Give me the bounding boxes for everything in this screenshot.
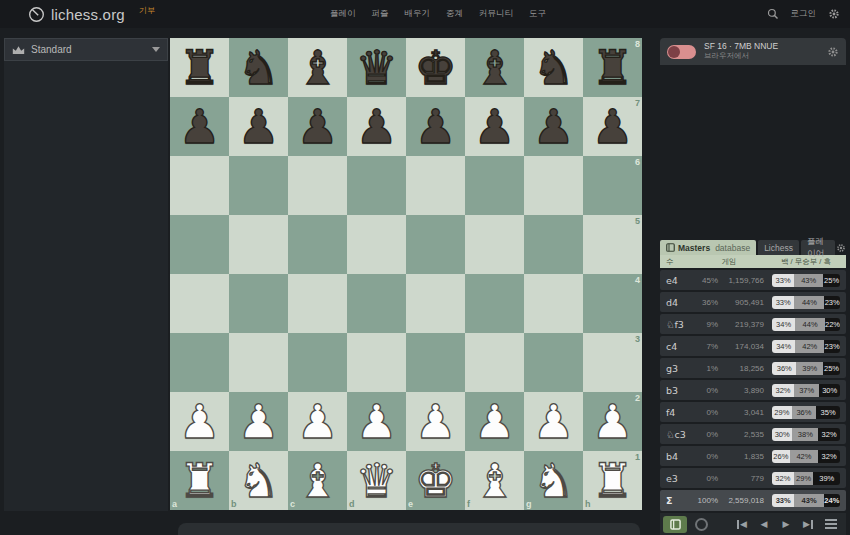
square-d1[interactable]: ♛d <box>347 451 406 510</box>
white-pawn[interactable]: ♟ <box>532 398 574 445</box>
square-h1[interactable]: ♜h1 <box>583 451 642 510</box>
square-f1[interactable]: ♝f <box>465 451 524 510</box>
move-nav-group: ◀ ◀ ▶ ▶ <box>731 516 843 533</box>
book-icon <box>670 519 681 530</box>
move-frequency: 45% <box>692 276 718 285</box>
draw-segment: 36% <box>792 406 816 419</box>
black-wins-segment: 32% <box>818 450 840 463</box>
nav-item[interactable]: 커뮤니티 <box>479 8 513 20</box>
white-wins-segment: 32% <box>772 472 794 485</box>
black-wins-segment: 23% <box>824 340 840 353</box>
coord-file: c <box>290 499 295 509</box>
engine-info: SF 16 · 7MB NNUE 브라우저에서 <box>704 42 819 60</box>
settings-gear-icon[interactable] <box>828 8 840 20</box>
black-wins-segment: 25% <box>823 362 840 375</box>
engine-box: SF 16 · 7MB NNUE 브라우저에서 <box>660 38 846 65</box>
game-count: 18,256 <box>718 364 764 373</box>
black-wins-segment: 24% <box>824 494 840 507</box>
square-f4[interactable] <box>465 274 524 333</box>
variant-selector[interactable]: Standard <box>4 38 168 61</box>
square-d2[interactable]: ♟ <box>347 392 406 451</box>
explorer-toggle-button[interactable] <box>663 516 687 533</box>
square-b1[interactable]: ♞b <box>229 451 288 510</box>
square-d6[interactable] <box>347 156 406 215</box>
white-pawn[interactable]: ♟ <box>296 398 338 445</box>
top-right: 로그인 <box>767 8 841 20</box>
coord-rank: 8 <box>635 39 640 49</box>
square-g6[interactable] <box>524 156 583 215</box>
lichess-logo[interactable]: lichess.org 기부 <box>28 6 155 23</box>
square-c6[interactable] <box>288 156 347 215</box>
square-c8[interactable]: ♝ <box>288 38 347 97</box>
game-count: 2,559,018 <box>718 496 764 505</box>
explorer-move-row[interactable]: e445%1,159,76633%43%25% <box>660 270 846 290</box>
black-wins-segment: 23% <box>824 296 840 309</box>
move-frequency: 100% <box>692 496 718 505</box>
white-knight[interactable]: ♞ <box>237 457 279 504</box>
square-b2[interactable]: ♟ <box>229 392 288 451</box>
game-count: 779 <box>718 474 764 483</box>
nav-item[interactable]: 퍼즐 <box>371 8 388 20</box>
black-pawn[interactable]: ♟ <box>473 103 515 150</box>
square-f2[interactable]: ♟ <box>465 392 524 451</box>
explorer-move-row[interactable]: f40%3,04129%36%35% <box>660 402 846 422</box>
action-menu-button[interactable] <box>819 516 843 533</box>
coord-rank: 7 <box>635 98 640 108</box>
square-b3[interactable] <box>229 333 288 392</box>
top-bar: lichess.org 기부 플레이퍼즐배우기중계커뮤니티도구 로그인 <box>0 0 850 28</box>
move-label: b3 <box>660 385 692 396</box>
square-a3[interactable] <box>170 333 229 392</box>
move-label: ♘c3 <box>660 429 692 440</box>
black-wins-segment: 32% <box>818 428 840 441</box>
game-count: 1,835 <box>718 452 764 461</box>
move-frequency: 7% <box>692 342 718 351</box>
square-f6[interactable] <box>465 156 524 215</box>
draw-segment: 42% <box>790 450 819 463</box>
square-b6[interactable] <box>229 156 288 215</box>
move-label: d4 <box>660 297 692 308</box>
tab-masters-rest: database <box>715 243 750 253</box>
square-g2[interactable]: ♟ <box>524 392 583 451</box>
explorer-move-row[interactable]: d436%905,49133%44%23% <box>660 292 846 312</box>
right-panel: SF 16 · 7MB NNUE 브라우저에서 Masters database <box>660 38 846 535</box>
draw-segment: 38% <box>792 428 818 441</box>
white-wins-segment: 34% <box>772 318 795 331</box>
move-frequency: 1% <box>692 364 718 373</box>
square-d3[interactable] <box>347 333 406 392</box>
game-count: 905,491 <box>718 298 764 307</box>
draw-segment: 44% <box>795 318 825 331</box>
square-f3[interactable] <box>465 333 524 392</box>
black-knight[interactable]: ♞ <box>532 44 574 91</box>
square-e8[interactable]: ♚ <box>406 38 465 97</box>
nav-item[interactable]: 배우기 <box>404 8 430 20</box>
game-count: 2,535 <box>718 430 764 439</box>
square-d8[interactable]: ♛ <box>347 38 406 97</box>
move-label: e3 <box>660 473 692 484</box>
coord-file: a <box>172 499 177 509</box>
explorer-move-row[interactable]: g31%18,25636%39%25% <box>660 358 846 378</box>
step-forward-button[interactable]: ▶ <box>775 516 797 533</box>
move-frequency: 0% <box>692 474 718 483</box>
login-button[interactable]: 로그인 <box>791 8 817 20</box>
white-wins-segment: 36% <box>772 362 796 375</box>
draw-segment: 44% <box>794 296 824 309</box>
square-a4[interactable] <box>170 274 229 333</box>
square-d7[interactable]: ♟ <box>347 97 406 156</box>
move-frequency: 0% <box>692 386 718 395</box>
coord-rank: 6 <box>635 157 640 167</box>
square-b4[interactable] <box>229 274 288 333</box>
explorer-move-row[interactable]: b40%1,83526%42%32% <box>660 446 846 466</box>
explorer-header-row: 수 게임 백 / 무승부 / 흑 <box>660 255 846 268</box>
result-bar: 30%38%32% <box>772 428 840 441</box>
tab-masters-database[interactable]: Masters database <box>660 240 756 255</box>
square-g3[interactable] <box>524 333 583 392</box>
game-count: 1,159,766 <box>718 276 764 285</box>
jump-to-start-button[interactable]: ◀ <box>731 516 753 533</box>
square-e6[interactable] <box>406 156 465 215</box>
crown-icon <box>12 45 25 55</box>
square-b5[interactable] <box>229 215 288 274</box>
explorer-gear-icon[interactable] <box>835 240 846 255</box>
square-a8[interactable]: ♜ <box>170 38 229 97</box>
book-icon <box>666 243 675 252</box>
square-h5[interactable]: 5 <box>583 215 642 274</box>
draw-segment: 43% <box>794 274 823 287</box>
result-bar: 34%44%22% <box>772 318 840 331</box>
donate-link[interactable]: 기부 <box>139 5 155 16</box>
black-wins-segment: 35% <box>816 406 840 419</box>
opening-explorer: Masters database Lichess 플레이어 수 게임 백 / 무… <box>660 240 846 513</box>
white-wins-segment: 26% <box>772 450 790 463</box>
tab-players[interactable]: 플레이어 <box>801 240 835 255</box>
square-c1[interactable]: ♝c <box>288 451 347 510</box>
black-bishop[interactable]: ♝ <box>473 44 515 91</box>
game-count: 3,890 <box>718 386 764 395</box>
square-g7[interactable]: ♟ <box>524 97 583 156</box>
square-d5[interactable] <box>347 215 406 274</box>
square-g8[interactable]: ♞ <box>524 38 583 97</box>
black-wins-segment: 25% <box>823 274 840 287</box>
white-queen[interactable]: ♛ <box>355 457 397 504</box>
coord-file: h <box>585 499 591 509</box>
black-rook[interactable]: ♜ <box>591 44 633 91</box>
white-pawn[interactable]: ♟ <box>355 398 397 445</box>
black-pawn[interactable]: ♟ <box>591 103 633 150</box>
square-c3[interactable] <box>288 333 347 392</box>
nav-item[interactable]: 중계 <box>446 8 463 20</box>
white-knight[interactable]: ♞ <box>532 457 574 504</box>
square-e1[interactable]: ♚e <box>406 451 465 510</box>
draw-segment: 39% <box>796 362 823 375</box>
square-h3[interactable]: 3 <box>583 333 642 392</box>
underboard-panel <box>178 523 640 535</box>
square-f8[interactable]: ♝ <box>465 38 524 97</box>
result-bar: 33%44%23% <box>772 296 840 309</box>
white-wins-segment: 34% <box>772 340 795 353</box>
explorer-move-row[interactable]: ♘c30%2,53530%38%32% <box>660 424 846 444</box>
move-frequency: 0% <box>692 430 718 439</box>
move-label: ♘f3 <box>660 319 692 330</box>
move-label: f4 <box>660 407 692 418</box>
engine-toggle[interactable] <box>667 45 696 59</box>
tab-lichess[interactable]: Lichess <box>758 240 799 255</box>
move-frequency: 9% <box>692 320 718 329</box>
black-knight[interactable]: ♞ <box>237 44 279 91</box>
col-result: 백 / 무승부 / 흑 <box>766 257 846 267</box>
black-rook[interactable]: ♜ <box>178 44 220 91</box>
practice-button[interactable] <box>691 516 711 533</box>
explorer-move-row[interactable]: b30%3,89032%37%30% <box>660 380 846 400</box>
move-frequency: 36% <box>692 298 718 307</box>
white-wins-segment: 30% <box>772 428 792 441</box>
col-games: 게임 <box>692 257 766 267</box>
jump-to-end-button[interactable]: ▶ <box>797 516 819 533</box>
draw-segment: 37% <box>794 384 819 397</box>
square-b7[interactable]: ♟ <box>229 97 288 156</box>
white-wins-segment: 33% <box>772 494 794 507</box>
move-frequency: 0% <box>692 408 718 417</box>
engine-gear-icon[interactable] <box>827 46 839 58</box>
square-c7[interactable]: ♟ <box>288 97 347 156</box>
white-pawn[interactable]: ♟ <box>237 398 279 445</box>
col-move: 수 <box>660 257 692 267</box>
coord-rank: 4 <box>635 275 640 285</box>
game-count: 219,379 <box>718 320 764 329</box>
coord-file: b <box>231 499 237 509</box>
square-a7[interactable]: ♟ <box>170 97 229 156</box>
result-bar: 33%43%25% <box>772 274 840 287</box>
explorer-rows: e445%1,159,76633%43%25%d436%905,49133%44… <box>660 268 846 511</box>
logo-text: lichess.org <box>51 6 125 23</box>
square-c4[interactable] <box>288 274 347 333</box>
explorer-move-row[interactable]: e30%77932%29%39% <box>660 468 846 488</box>
square-e4[interactable] <box>406 274 465 333</box>
move-label: c4 <box>660 341 692 352</box>
square-g5[interactable] <box>524 215 583 274</box>
move-frequency: 0% <box>692 452 718 461</box>
draw-segment: 29% <box>794 472 814 485</box>
white-wins-segment: 33% <box>772 296 794 309</box>
explorer-move-row[interactable]: ♘f39%219,37934%44%22% <box>660 314 846 334</box>
black-wins-segment: 22% <box>825 318 840 331</box>
practice-icon <box>695 518 708 531</box>
square-e7[interactable]: ♟ <box>406 97 465 156</box>
chevron-down-icon <box>152 47 160 52</box>
white-pawn[interactable]: ♟ <box>473 398 515 445</box>
engine-location: 브라우저에서 <box>704 52 819 61</box>
square-e3[interactable] <box>406 333 465 392</box>
square-a1[interactable]: ♜a <box>170 451 229 510</box>
square-f5[interactable] <box>465 215 524 274</box>
black-wins-segment: 30% <box>819 384 840 397</box>
white-wins-segment: 33% <box>772 274 794 287</box>
square-h7[interactable]: ♟7 <box>583 97 642 156</box>
coord-rank: 5 <box>635 216 640 226</box>
white-bishop[interactable]: ♝ <box>296 457 338 504</box>
black-king[interactable]: ♚ <box>414 44 456 91</box>
move-label: b4 <box>660 451 692 462</box>
result-bar: 32%37%30% <box>772 384 840 397</box>
black-pawn[interactable]: ♟ <box>237 103 279 150</box>
square-e5[interactable] <box>406 215 465 274</box>
explorer-move-row[interactable]: c47%174,03434%42%23% <box>660 336 846 356</box>
coord-file: e <box>408 499 413 509</box>
square-h2[interactable]: ♟2 <box>583 392 642 451</box>
coord-rank: 3 <box>635 334 640 344</box>
move-label: Σ <box>660 495 692 506</box>
result-bar: 26%42%32% <box>772 450 840 463</box>
square-f7[interactable]: ♟ <box>465 97 524 156</box>
white-rook[interactable]: ♜ <box>591 457 633 504</box>
left-sidebar: Standard <box>4 38 168 511</box>
result-bar: 29%36%35% <box>772 406 840 419</box>
black-pawn[interactable]: ♟ <box>296 103 338 150</box>
step-back-button[interactable]: ◀ <box>753 516 775 533</box>
search-icon[interactable] <box>767 8 779 20</box>
black-pawn[interactable]: ♟ <box>355 103 397 150</box>
lichess-analysis-page: lichess.org 기부 플레이퍼즐배우기중계커뮤니티도구 로그인 Stan… <box>0 0 850 535</box>
explorer-tabs: Masters database Lichess 플레이어 <box>660 240 846 255</box>
square-h4[interactable]: 4 <box>583 274 642 333</box>
tab-masters-bold: Masters <box>678 243 710 253</box>
result-bar: 32%29%39% <box>772 472 840 485</box>
square-d4[interactable] <box>347 274 406 333</box>
white-wins-segment: 29% <box>772 406 792 419</box>
result-bar: 33%43%24% <box>772 494 840 507</box>
white-rook[interactable]: ♜ <box>178 457 220 504</box>
square-g4[interactable] <box>524 274 583 333</box>
square-a5[interactable] <box>170 215 229 274</box>
white-bishop[interactable]: ♝ <box>473 457 515 504</box>
square-h8[interactable]: ♜8 <box>583 38 642 97</box>
coord-rank: 1 <box>635 452 640 462</box>
coord-file: d <box>349 499 355 509</box>
white-pawn[interactable]: ♟ <box>591 398 633 445</box>
game-count: 3,041 <box>718 408 764 417</box>
white-pawn[interactable]: ♟ <box>178 398 220 445</box>
black-pawn[interactable]: ♟ <box>532 103 574 150</box>
main-nav: 플레이퍼즐배우기중계커뮤니티도구 <box>330 8 546 20</box>
draw-segment: 43% <box>794 494 823 507</box>
draw-segment: 42% <box>795 340 824 353</box>
white-pawn[interactable]: ♟ <box>414 398 456 445</box>
nav-item[interactable]: 플레이 <box>330 8 356 20</box>
coord-rank: 2 <box>635 393 640 403</box>
lichess-knight-icon <box>28 6 45 23</box>
black-pawn[interactable]: ♟ <box>414 103 456 150</box>
move-label: g3 <box>660 363 692 374</box>
square-a6[interactable] <box>170 156 229 215</box>
square-g1[interactable]: ♞g <box>524 451 583 510</box>
result-bar: 34%42%23% <box>772 340 840 353</box>
black-bishop[interactable]: ♝ <box>296 44 338 91</box>
result-bar: 36%39%25% <box>772 362 840 375</box>
square-c2[interactable]: ♟ <box>288 392 347 451</box>
square-a2[interactable]: ♟ <box>170 392 229 451</box>
analysis-toolbar: ◀ ◀ ▶ ▶ <box>660 513 846 535</box>
game-count: 174,034 <box>718 342 764 351</box>
white-wins-segment: 32% <box>772 384 794 397</box>
square-c5[interactable] <box>288 215 347 274</box>
black-wins-segment: 39% <box>813 472 840 485</box>
black-pawn[interactable]: ♟ <box>178 103 220 150</box>
variant-label: Standard <box>31 44 146 55</box>
coord-file: g <box>526 499 532 509</box>
coord-file: f <box>467 499 470 509</box>
move-label: e4 <box>660 275 692 286</box>
white-king[interactable]: ♚ <box>414 457 456 504</box>
chess-board[interactable]: ♜♞♝♛♚♝♞♜8♟♟♟♟♟♟♟♟76543♟♟♟♟♟♟♟♟2♜a♞b♝c♛d♚… <box>170 38 642 510</box>
square-h6[interactable]: 6 <box>583 156 642 215</box>
nav-item[interactable]: 도구 <box>529 8 546 20</box>
explorer-total-row: Σ100%2,559,01833%43%24% <box>660 490 846 511</box>
square-b8[interactable]: ♞ <box>229 38 288 97</box>
square-e2[interactable]: ♟ <box>406 392 465 451</box>
black-queen[interactable]: ♛ <box>355 44 397 91</box>
